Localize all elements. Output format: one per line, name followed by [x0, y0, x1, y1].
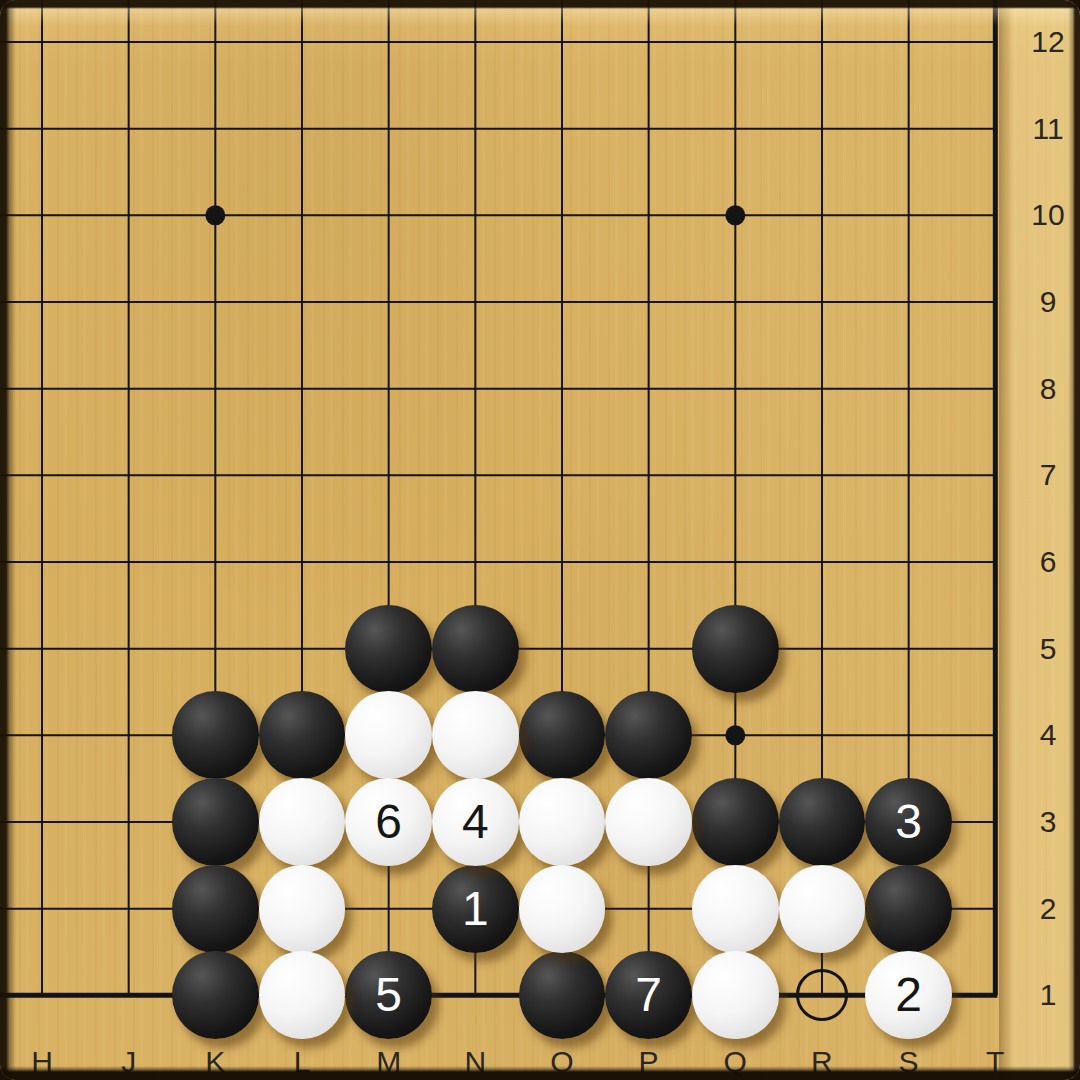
move-number-4: 4	[462, 798, 489, 846]
move-number-5: 5	[375, 971, 402, 1019]
black-stone-P1[interactable]: 7	[605, 951, 692, 1039]
white-stone-P3[interactable]	[605, 778, 692, 866]
white-stone-N4[interactable]	[432, 691, 519, 779]
frame-edge-bottom	[0, 1066, 1080, 1080]
black-stone-K4[interactable]	[172, 691, 259, 779]
frame-edge-top	[0, 0, 1080, 26]
black-stone-N5[interactable]	[432, 605, 519, 693]
black-stone-Q3[interactable]	[692, 778, 779, 866]
move-number-2: 2	[895, 971, 922, 1019]
white-stone-N3[interactable]: 4	[432, 778, 519, 866]
move-number-1: 1	[462, 885, 489, 933]
frame-edge-right	[1068, 0, 1080, 1080]
white-stone-Q1[interactable]	[692, 951, 779, 1039]
black-stone-K3[interactable]	[172, 778, 259, 866]
white-stone-M4[interactable]	[345, 691, 432, 779]
black-stone-K2[interactable]	[172, 865, 259, 953]
black-stone-O4[interactable]	[519, 691, 606, 779]
move-number-6: 6	[375, 798, 402, 846]
black-stone-O1[interactable]	[519, 951, 606, 1039]
move-number-3: 3	[895, 798, 922, 846]
move-number-7: 7	[635, 971, 662, 1019]
white-stone-L2[interactable]	[259, 865, 346, 953]
go-app-screenshot: 3157642 HJKLMNOPQRST 121110987654321	[0, 0, 1080, 1080]
stones-layer: 3157642	[0, 0, 1039, 1039]
black-stone-M1[interactable]: 5	[345, 951, 432, 1039]
white-stone-M3[interactable]: 6	[345, 778, 432, 866]
white-stone-S1[interactable]: 2	[865, 951, 952, 1039]
black-stone-Q5[interactable]	[692, 605, 779, 693]
black-stone-R3[interactable]	[779, 778, 866, 866]
black-stone-K1[interactable]	[172, 951, 259, 1039]
white-stone-O3[interactable]	[519, 778, 606, 866]
board-wood-surface[interactable]: 3157642 HJKLMNOPQRST 121110987654321	[0, 0, 1080, 1080]
frame-edge-left	[0, 0, 16, 1080]
white-stone-Q2[interactable]	[692, 865, 779, 953]
white-stone-L1[interactable]	[259, 951, 346, 1039]
black-stone-S2[interactable]	[865, 865, 952, 953]
white-stone-R2[interactable]	[779, 865, 866, 953]
black-stone-M5[interactable]	[345, 605, 432, 693]
black-stone-S3[interactable]: 3	[865, 778, 952, 866]
black-stone-P4[interactable]	[605, 691, 692, 779]
black-stone-L4[interactable]	[259, 691, 346, 779]
black-stone-N2[interactable]: 1	[432, 865, 519, 953]
white-stone-L3[interactable]	[259, 778, 346, 866]
circle-marker-R1	[796, 969, 848, 1021]
white-stone-O2[interactable]	[519, 865, 606, 953]
